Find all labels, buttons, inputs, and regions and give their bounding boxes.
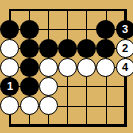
board-intersection[interactable] <box>116 77 133 96</box>
board-intersection[interactable] <box>0 96 19 115</box>
black-stone[interactable] <box>96 20 115 39</box>
board-intersection[interactable] <box>58 116 77 133</box>
white-stone[interactable] <box>0 39 19 58</box>
board-intersection[interactable] <box>116 0 133 19</box>
board-intersection[interactable] <box>0 116 19 133</box>
black-stone[interactable]: 3 <box>116 20 133 39</box>
move-number-label: 4 <box>122 62 128 73</box>
board-intersection[interactable] <box>58 0 77 19</box>
white-stone[interactable] <box>96 58 115 77</box>
board-intersection[interactable] <box>77 58 96 77</box>
board-intersection[interactable] <box>58 58 77 77</box>
board-intersection[interactable] <box>39 0 58 19</box>
board-intersection[interactable] <box>58 77 77 96</box>
board-intersection[interactable]: 4 <box>116 58 133 77</box>
black-stone[interactable] <box>20 39 39 58</box>
white-stone[interactable] <box>39 58 58 77</box>
black-stone[interactable] <box>20 77 39 96</box>
board-intersection[interactable] <box>0 58 19 77</box>
board-intersection[interactable] <box>0 20 19 39</box>
board-intersection[interactable] <box>20 77 39 96</box>
move-number-label: 1 <box>7 81 13 92</box>
board-intersection-grid: 3241 <box>0 0 133 133</box>
white-stone[interactable] <box>39 77 58 96</box>
black-stone[interactable] <box>96 39 115 58</box>
board-intersection[interactable] <box>20 58 39 77</box>
black-stone[interactable]: 1 <box>0 77 19 96</box>
board-intersection[interactable] <box>20 116 39 133</box>
white-stone[interactable] <box>0 96 19 115</box>
white-stone[interactable] <box>58 58 77 77</box>
board-intersection[interactable] <box>39 58 58 77</box>
board-intersection[interactable] <box>77 77 96 96</box>
board-intersection[interactable] <box>96 58 115 77</box>
board-intersection[interactable] <box>96 96 115 115</box>
black-stone[interactable] <box>20 20 39 39</box>
white-stone[interactable] <box>0 58 19 77</box>
board-intersection[interactable] <box>77 116 96 133</box>
board-intersection[interactable] <box>58 20 77 39</box>
board-intersection[interactable]: 3 <box>116 20 133 39</box>
board-intersection[interactable] <box>116 96 133 115</box>
board-intersection[interactable] <box>39 116 58 133</box>
board-intersection[interactable] <box>96 0 115 19</box>
board-intersection[interactable] <box>39 20 58 39</box>
board-intersection[interactable] <box>77 20 96 39</box>
black-stone[interactable] <box>77 39 96 58</box>
go-board: 3241 <box>0 0 133 133</box>
black-stone[interactable] <box>20 58 39 77</box>
board-intersection[interactable] <box>58 96 77 115</box>
board-intersection[interactable] <box>0 39 19 58</box>
white-stone[interactable] <box>39 96 58 115</box>
board-intersection[interactable] <box>39 96 58 115</box>
board-intersection[interactable] <box>20 20 39 39</box>
white-stone[interactable] <box>20 96 39 115</box>
board-intersection[interactable] <box>77 0 96 19</box>
board-intersection[interactable] <box>96 39 115 58</box>
move-number-label: 3 <box>122 24 128 35</box>
board-intersection[interactable] <box>20 0 39 19</box>
board-intersection[interactable] <box>77 96 96 115</box>
black-stone[interactable] <box>39 39 58 58</box>
board-intersection[interactable] <box>96 116 115 133</box>
board-intersection[interactable] <box>39 39 58 58</box>
black-stone[interactable] <box>0 20 19 39</box>
white-stone[interactable]: 2 <box>116 39 133 58</box>
white-stone[interactable] <box>77 58 96 77</box>
board-intersection[interactable] <box>0 0 19 19</box>
move-number-label: 2 <box>122 43 128 54</box>
board-intersection[interactable] <box>39 77 58 96</box>
board-intersection[interactable]: 2 <box>116 39 133 58</box>
board-intersection[interactable]: 1 <box>0 77 19 96</box>
board-intersection[interactable] <box>20 96 39 115</box>
black-stone[interactable] <box>58 39 77 58</box>
board-intersection[interactable] <box>58 39 77 58</box>
board-intersection[interactable] <box>77 39 96 58</box>
board-intersection[interactable] <box>20 39 39 58</box>
board-intersection[interactable] <box>116 116 133 133</box>
white-stone[interactable]: 4 <box>116 58 133 77</box>
board-intersection[interactable] <box>96 77 115 96</box>
board-intersection[interactable] <box>96 20 115 39</box>
